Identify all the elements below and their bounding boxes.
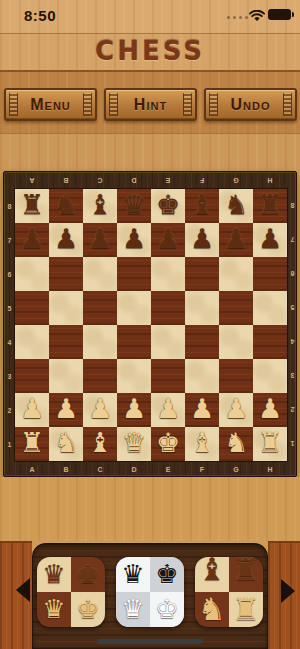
menu-button-label: Menu bbox=[30, 96, 71, 114]
black-pawn: ♟ bbox=[156, 222, 180, 256]
hint-button-label: Hint bbox=[134, 96, 167, 114]
square-e6[interactable] bbox=[151, 257, 185, 291]
square-a8[interactable]: ♜ bbox=[15, 189, 49, 223]
square-a3[interactable] bbox=[15, 359, 49, 393]
square-e2[interactable]: ♟ bbox=[151, 393, 185, 427]
app-title: CHESS bbox=[0, 35, 300, 66]
rank-label-7: 7 bbox=[287, 223, 298, 257]
rank-label-3: 3 bbox=[287, 359, 298, 393]
rank-label-2: 2 bbox=[4, 393, 15, 427]
file-label-h: H bbox=[253, 462, 287, 476]
tile-square-dark: ♛ bbox=[37, 592, 71, 627]
square-d7[interactable]: ♟ bbox=[117, 223, 151, 257]
square-h4[interactable] bbox=[253, 325, 287, 359]
rank-label-1: 1 bbox=[4, 427, 15, 461]
black-pawn: ♟ bbox=[190, 222, 214, 256]
tile-square-light: ♚ bbox=[71, 592, 105, 627]
square-d6[interactable] bbox=[117, 257, 151, 291]
rank-label-8: 8 bbox=[4, 189, 15, 223]
file-label-g: G bbox=[219, 462, 253, 476]
square-c7[interactable]: ♟ bbox=[83, 223, 117, 257]
black-king-icon: ♚ bbox=[155, 557, 178, 592]
rank-label-5: 5 bbox=[4, 291, 15, 325]
square-f2[interactable]: ♟ bbox=[185, 393, 219, 427]
file-labels-bottom: ABCDEFGH bbox=[15, 462, 287, 476]
file-label-a: A bbox=[15, 462, 49, 476]
rank-label-3: 3 bbox=[4, 359, 15, 393]
rank-label-8: 8 bbox=[287, 189, 298, 223]
button-ornament bbox=[183, 93, 192, 116]
button-ornament bbox=[83, 93, 92, 116]
piece-set-tile-photo[interactable]: ♝♜♞♜ bbox=[195, 557, 263, 627]
rank-labels-right: 87654321 bbox=[287, 189, 298, 461]
square-f8[interactable]: ♝ bbox=[185, 189, 219, 223]
square-b1[interactable]: ♞ bbox=[49, 427, 83, 461]
dark-bishop-icon: ♝ bbox=[198, 557, 226, 587]
chess-board: ABCDEFGH 87654321 ♜♞♝♛♚♝♞♜♟♟♟♟♟♟♟♟♟♟♟♟♟♟… bbox=[3, 171, 297, 477]
white-bishop: ♝ bbox=[88, 426, 112, 460]
square-g7[interactable]: ♟ bbox=[219, 223, 253, 257]
spacer-band bbox=[0, 133, 300, 171]
white-king: ♚ bbox=[156, 426, 180, 460]
square-f7[interactable]: ♟ bbox=[185, 223, 219, 257]
undo-button-label: Undo bbox=[231, 96, 271, 114]
white-pawn: ♟ bbox=[190, 392, 214, 426]
white-queen-icon: ♛ bbox=[121, 592, 144, 627]
square-f1[interactable]: ♝ bbox=[185, 427, 219, 461]
white-pawn: ♟ bbox=[258, 392, 282, 426]
light-knight-icon: ♞ bbox=[198, 592, 226, 627]
cellular-signal-icon bbox=[227, 16, 248, 19]
tile-square-white: ♛ bbox=[116, 557, 150, 592]
square-d8[interactable]: ♛ bbox=[117, 189, 151, 223]
rank-label-4: 4 bbox=[4, 325, 15, 359]
tile-square-dark: ♞ bbox=[195, 592, 229, 627]
white-bishop: ♝ bbox=[190, 426, 214, 460]
square-h8[interactable]: ♜ bbox=[253, 189, 287, 223]
square-d3[interactable] bbox=[117, 359, 151, 393]
white-pawn: ♟ bbox=[122, 392, 146, 426]
piece-set-tile-wood[interactable]: ♛♚♛♚ bbox=[37, 557, 105, 627]
file-label-e: E bbox=[151, 462, 185, 476]
black-pawn: ♟ bbox=[54, 222, 78, 256]
light-queen-icon: ♛ bbox=[42, 592, 65, 627]
button-ornament bbox=[283, 93, 292, 116]
square-h7[interactable]: ♟ bbox=[253, 223, 287, 257]
rank-labels-left: 87654321 bbox=[4, 189, 15, 461]
file-label-f: F bbox=[185, 174, 219, 188]
tile-square-dark: ♚ bbox=[71, 557, 105, 592]
square-g4[interactable] bbox=[219, 325, 253, 359]
square-a4[interactable] bbox=[15, 325, 49, 359]
chess-app-screen: 8:50 CHESS Menu Hint Undo ABCDEFGH 87654… bbox=[0, 0, 300, 649]
file-label-c: C bbox=[83, 174, 117, 188]
tile-square-gray: ♛ bbox=[116, 592, 150, 627]
file-label-c: C bbox=[83, 462, 117, 476]
wifi-icon bbox=[249, 8, 265, 26]
square-a7[interactable]: ♟ bbox=[15, 223, 49, 257]
black-pawn: ♟ bbox=[20, 222, 44, 256]
white-rook: ♜ bbox=[258, 426, 282, 460]
undo-button[interactable]: Undo bbox=[204, 88, 297, 121]
square-c2[interactable]: ♟ bbox=[83, 393, 117, 427]
tile-square-light: ♛ bbox=[37, 557, 71, 592]
square-g3[interactable] bbox=[219, 359, 253, 393]
square-e4[interactable] bbox=[151, 325, 185, 359]
file-label-d: D bbox=[117, 174, 151, 188]
square-e8[interactable]: ♚ bbox=[151, 189, 185, 223]
black-king: ♚ bbox=[156, 188, 180, 222]
black-bishop: ♝ bbox=[190, 188, 214, 222]
square-e3[interactable] bbox=[151, 359, 185, 393]
square-g1[interactable]: ♞ bbox=[219, 427, 253, 461]
black-queen: ♛ bbox=[122, 188, 146, 222]
status-bar: 8:50 bbox=[0, 0, 300, 33]
file-labels-top: ABCDEFGH bbox=[15, 174, 287, 188]
square-d4[interactable] bbox=[117, 325, 151, 359]
dark-rook-icon: ♜ bbox=[232, 557, 260, 587]
square-b3[interactable] bbox=[49, 359, 83, 393]
square-f3[interactable] bbox=[185, 359, 219, 393]
square-e7[interactable]: ♟ bbox=[151, 223, 185, 257]
square-f5[interactable] bbox=[185, 291, 219, 325]
square-d5[interactable] bbox=[117, 291, 151, 325]
black-pawn: ♟ bbox=[122, 222, 146, 256]
square-a1[interactable]: ♜ bbox=[15, 427, 49, 461]
square-g5[interactable] bbox=[219, 291, 253, 325]
square-h3[interactable] bbox=[253, 359, 287, 393]
piece-set-carousel: ♛♚♛♚♛♚♛♚♝♜♞♜ bbox=[32, 543, 268, 649]
square-e5[interactable] bbox=[151, 291, 185, 325]
file-label-d: D bbox=[117, 462, 151, 476]
square-a6[interactable] bbox=[15, 257, 49, 291]
square-b7[interactable]: ♟ bbox=[49, 223, 83, 257]
button-ornament bbox=[9, 93, 18, 116]
square-c5[interactable] bbox=[83, 291, 117, 325]
piece-set-tile-classic[interactable]: ♛♚♛♚ bbox=[116, 557, 184, 627]
black-pawn: ♟ bbox=[224, 222, 248, 256]
white-pawn: ♟ bbox=[20, 392, 44, 426]
rank-label-6: 6 bbox=[287, 257, 298, 291]
carousel-left-arrow-icon[interactable] bbox=[16, 578, 30, 602]
square-f6[interactable] bbox=[185, 257, 219, 291]
black-bishop: ♝ bbox=[88, 188, 112, 222]
rank-label-1: 1 bbox=[287, 427, 298, 461]
square-h6[interactable] bbox=[253, 257, 287, 291]
white-king-icon: ♚ bbox=[155, 592, 178, 627]
file-label-a: A bbox=[15, 174, 49, 188]
file-label-g: G bbox=[219, 174, 253, 188]
button-ornament bbox=[209, 93, 218, 116]
square-g8[interactable]: ♞ bbox=[219, 189, 253, 223]
black-rook: ♜ bbox=[258, 188, 282, 222]
file-label-h: H bbox=[253, 174, 287, 188]
file-label-b: B bbox=[49, 462, 83, 476]
square-b6[interactable] bbox=[49, 257, 83, 291]
black-knight: ♞ bbox=[54, 188, 78, 222]
square-d2[interactable]: ♟ bbox=[117, 393, 151, 427]
square-c8[interactable]: ♝ bbox=[83, 189, 117, 223]
light-king-icon: ♚ bbox=[76, 592, 99, 627]
square-b5[interactable] bbox=[49, 291, 83, 325]
rank-label-7: 7 bbox=[4, 223, 15, 257]
square-c4[interactable] bbox=[83, 325, 117, 359]
dark-queen-icon: ♛ bbox=[42, 557, 65, 592]
white-knight: ♞ bbox=[54, 426, 78, 460]
tile-square-light: ♜ bbox=[229, 592, 263, 627]
square-c3[interactable] bbox=[83, 359, 117, 393]
square-c1[interactable]: ♝ bbox=[83, 427, 117, 461]
battery-icon bbox=[268, 9, 291, 20]
square-g2[interactable]: ♟ bbox=[219, 393, 253, 427]
file-label-b: B bbox=[49, 174, 83, 188]
white-pawn: ♟ bbox=[88, 392, 112, 426]
square-c6[interactable] bbox=[83, 257, 117, 291]
white-pawn: ♟ bbox=[156, 392, 180, 426]
rank-label-6: 6 bbox=[4, 257, 15, 291]
menu-button[interactable]: Menu bbox=[4, 88, 97, 121]
square-b2[interactable]: ♟ bbox=[49, 393, 83, 427]
dark-king-icon: ♚ bbox=[76, 557, 99, 592]
black-pawn: ♟ bbox=[88, 222, 112, 256]
rank-label-4: 4 bbox=[287, 325, 298, 359]
button-ornament bbox=[109, 93, 118, 116]
tile-square-light: ♝ bbox=[195, 557, 229, 592]
hint-button[interactable]: Hint bbox=[104, 88, 197, 121]
white-rook: ♜ bbox=[20, 426, 44, 460]
home-indicator-handle[interactable] bbox=[97, 639, 203, 644]
square-b4[interactable] bbox=[49, 325, 83, 359]
lower-band bbox=[0, 477, 300, 541]
square-f4[interactable] bbox=[185, 325, 219, 359]
light-rook-icon: ♜ bbox=[232, 592, 260, 627]
board-grid: ♜♞♝♛♚♝♞♜♟♟♟♟♟♟♟♟♟♟♟♟♟♟♟♟♜♞♝♛♚♝♞♜ bbox=[15, 189, 287, 461]
white-pawn: ♟ bbox=[224, 392, 248, 426]
black-queen-icon: ♛ bbox=[121, 557, 144, 592]
square-g6[interactable] bbox=[219, 257, 253, 291]
black-rook: ♜ bbox=[20, 188, 44, 222]
clock-time: 8:50 bbox=[24, 7, 56, 24]
white-queen: ♛ bbox=[122, 426, 146, 460]
file-label-e: E bbox=[151, 174, 185, 188]
square-e1[interactable]: ♚ bbox=[151, 427, 185, 461]
white-pawn: ♟ bbox=[54, 392, 78, 426]
square-d1[interactable]: ♛ bbox=[117, 427, 151, 461]
square-h2[interactable]: ♟ bbox=[253, 393, 287, 427]
black-knight: ♞ bbox=[224, 188, 248, 222]
square-h5[interactable] bbox=[253, 291, 287, 325]
square-b8[interactable]: ♞ bbox=[49, 189, 83, 223]
rank-label-2: 2 bbox=[287, 393, 298, 427]
tile-square-dark: ♜ bbox=[229, 557, 263, 592]
square-a5[interactable] bbox=[15, 291, 49, 325]
tile-square-gray: ♚ bbox=[150, 557, 184, 592]
file-label-f: F bbox=[185, 462, 219, 476]
rank-label-5: 5 bbox=[287, 291, 298, 325]
square-h1[interactable]: ♜ bbox=[253, 427, 287, 461]
tile-square-white: ♚ bbox=[150, 592, 184, 627]
black-pawn: ♟ bbox=[258, 222, 282, 256]
white-knight: ♞ bbox=[224, 426, 248, 460]
carousel-right-arrow-icon[interactable] bbox=[281, 579, 295, 603]
square-a2[interactable]: ♟ bbox=[15, 393, 49, 427]
